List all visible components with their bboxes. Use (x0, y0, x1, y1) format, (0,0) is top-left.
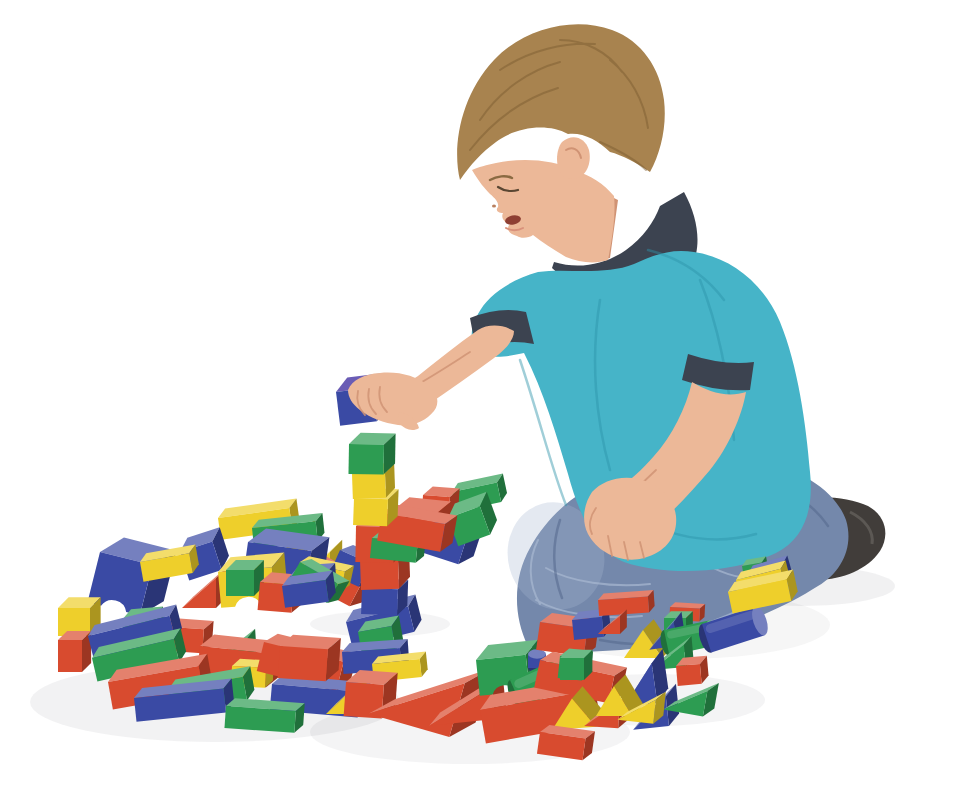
scene-canvas (0, 0, 960, 795)
block-box-green (348, 433, 395, 475)
block-box-green (224, 698, 304, 734)
product-photo (0, 0, 960, 795)
block-box-green (560, 650, 592, 680)
block-box-green (226, 560, 264, 596)
nostril (492, 205, 496, 208)
block-box-red (58, 631, 91, 672)
block-box-red (278, 634, 341, 682)
